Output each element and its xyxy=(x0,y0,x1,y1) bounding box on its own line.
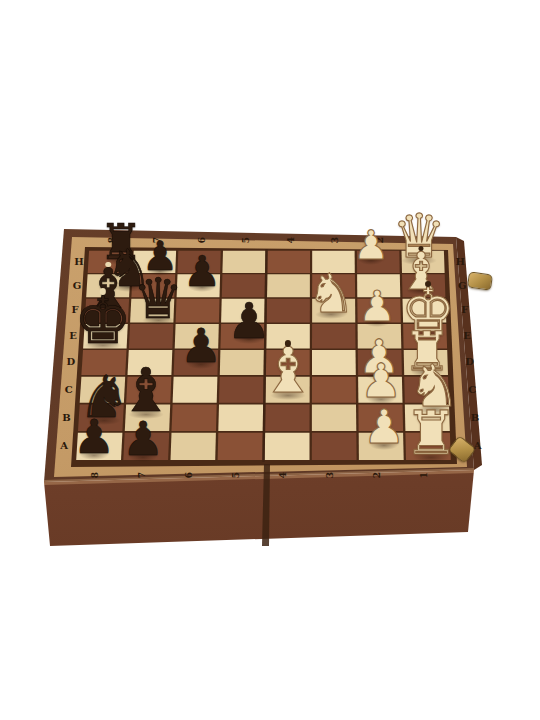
file-label-right-b: B xyxy=(467,412,483,424)
rank-label-bottom-7: 7 xyxy=(136,467,148,483)
rank-label-top-5: 5 xyxy=(240,232,252,248)
chess-piece[interactable]: ♝ xyxy=(249,340,327,397)
chess-piece[interactable]: ♜ xyxy=(393,404,469,459)
rank-label-bottom-1: 1 xyxy=(418,467,430,483)
black-king-glyph: ♚ xyxy=(74,294,132,347)
brass-clasp-upper xyxy=(467,271,493,290)
black-pawn-glyph: ♟ xyxy=(122,420,164,459)
rank-label-top-4: 4 xyxy=(285,232,297,248)
white-rook-glyph: ♜ xyxy=(404,409,458,459)
white-knight-glyph: ♞ xyxy=(307,272,355,316)
rank-label-bottom-6: 6 xyxy=(183,467,195,483)
rank-label-bottom-3: 3 xyxy=(324,467,336,483)
finial-dot-dark xyxy=(425,281,431,287)
black-pawn-glyph: ♟ xyxy=(73,418,115,457)
finial-dot-light xyxy=(105,262,111,268)
white-pawn-glyph: ♟ xyxy=(360,362,402,401)
rank-label-top-3: 3 xyxy=(329,232,341,248)
black-pawn-glyph: ♟ xyxy=(180,327,222,366)
chess-piece[interactable]: ♟ xyxy=(172,323,231,366)
file-label-left-d: D xyxy=(63,356,79,368)
rank-label-bottom-8: 8 xyxy=(89,467,101,483)
white-bishop-glyph: ♝ xyxy=(260,345,316,397)
chess-piece[interactable]: ♚ xyxy=(62,288,143,347)
chess-piece[interactable]: ♟ xyxy=(114,416,173,459)
rank-label-bottom-5: 5 xyxy=(230,467,242,483)
rank-label-bottom-4: 4 xyxy=(277,467,289,483)
chess-set-photo: HGFEDCBAHGFEDCBA8765432187654321♜♞♝♚♟♛♟♟… xyxy=(0,0,540,720)
rank-label-bottom-2: 2 xyxy=(371,467,383,483)
